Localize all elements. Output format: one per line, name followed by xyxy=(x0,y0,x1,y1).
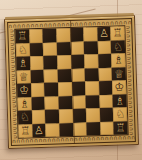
square-r1c3[interactable] xyxy=(43,28,57,42)
square-r6c1[interactable]: ♗ xyxy=(17,97,31,111)
square-r1c5[interactable] xyxy=(70,28,84,42)
square-r8c5[interactable] xyxy=(73,122,87,136)
square-r1c7[interactable]: ♙ xyxy=(97,27,111,41)
printed-rook-symbol: ♖ xyxy=(113,28,123,39)
square-r5c4[interactable] xyxy=(58,82,72,96)
square-r2c5[interactable] xyxy=(70,41,84,55)
square-r2c7[interactable] xyxy=(97,40,111,54)
printed-pawn-symbol: ♙ xyxy=(99,28,109,39)
square-r3c7[interactable] xyxy=(98,54,112,68)
square-r6c6[interactable] xyxy=(86,95,100,109)
square-r7c2[interactable] xyxy=(31,110,45,124)
square-r3c8[interactable]: ♗ xyxy=(112,53,126,67)
square-r6c4[interactable] xyxy=(58,95,72,109)
square-r2c4[interactable] xyxy=(57,42,71,56)
square-r3c5[interactable] xyxy=(71,55,85,69)
square-r4c7[interactable] xyxy=(98,67,112,81)
square-r2c2[interactable] xyxy=(29,42,43,56)
square-r5c8[interactable]: ♔ xyxy=(112,80,126,94)
square-r6c7[interactable] xyxy=(99,94,113,108)
square-r7c5[interactable] xyxy=(72,109,86,123)
square-r5c3[interactable] xyxy=(44,82,58,96)
square-r4c2[interactable] xyxy=(30,69,44,83)
square-r5c2[interactable] xyxy=(31,83,45,97)
square-r7c4[interactable] xyxy=(59,109,73,123)
square-r5c6[interactable] xyxy=(85,81,99,95)
square-r3c6[interactable] xyxy=(84,54,98,68)
square-r4c4[interactable] xyxy=(57,69,71,83)
square-r4c3[interactable] xyxy=(44,69,58,83)
printed-knight-symbol: ♘ xyxy=(20,112,30,123)
square-r3c1[interactable]: ♗ xyxy=(16,56,30,70)
printed-rook-symbol: ♖ xyxy=(17,31,27,42)
square-r1c1[interactable]: ♖ xyxy=(15,29,29,43)
printed-bishop-symbol: ♗ xyxy=(113,55,123,66)
square-r6c3[interactable] xyxy=(45,96,59,110)
square-r7c1[interactable]: ♘ xyxy=(18,110,32,124)
printed-rook-symbol: ♖ xyxy=(116,122,126,133)
square-r8c7[interactable] xyxy=(100,121,114,135)
printed-knight-symbol: ♘ xyxy=(18,44,28,55)
square-r7c8[interactable]: ♘ xyxy=(113,107,127,121)
square-r3c3[interactable] xyxy=(43,55,57,69)
square-r6c2[interactable] xyxy=(31,96,45,110)
square-r5c1[interactable]: ♔ xyxy=(17,83,31,97)
square-r3c2[interactable] xyxy=(30,56,44,70)
square-r1c6[interactable] xyxy=(83,27,97,41)
square-r8c6[interactable] xyxy=(86,122,100,136)
square-r7c7[interactable] xyxy=(100,108,114,122)
printed-knight-symbol: ♘ xyxy=(115,109,125,120)
printed-queen-symbol: ♕ xyxy=(19,71,29,82)
square-r4c6[interactable] xyxy=(85,68,99,82)
printed-rook-symbol: ♖ xyxy=(20,125,30,136)
printed-bishop-symbol: ♗ xyxy=(19,98,29,109)
printed-knight-symbol: ♘ xyxy=(113,41,123,52)
square-r8c3[interactable] xyxy=(46,123,60,137)
square-r8c2[interactable]: ♙ xyxy=(32,123,46,137)
square-r4c8[interactable]: ♕ xyxy=(112,67,126,81)
printed-pawn-symbol: ♙ xyxy=(34,125,44,136)
square-r2c8[interactable]: ♘ xyxy=(111,40,125,54)
printed-bishop-symbol: ♗ xyxy=(18,58,28,69)
printed-queen-symbol: ♕ xyxy=(114,68,124,79)
square-r3c4[interactable] xyxy=(57,55,71,69)
square-r5c7[interactable] xyxy=(99,81,113,95)
square-r8c4[interactable] xyxy=(59,122,73,136)
square-r2c6[interactable] xyxy=(84,41,98,55)
square-r7c3[interactable] xyxy=(45,109,59,123)
square-r8c8[interactable]: ♖ xyxy=(114,121,128,135)
square-r4c1[interactable]: ♕ xyxy=(17,70,31,84)
printed-king-symbol: ♔ xyxy=(19,85,29,96)
square-r2c3[interactable] xyxy=(43,42,57,56)
square-r1c8[interactable]: ♖ xyxy=(111,26,125,40)
square-r1c2[interactable] xyxy=(29,29,43,43)
square-r6c8[interactable]: ♗ xyxy=(113,94,127,108)
square-r6c5[interactable] xyxy=(72,95,86,109)
square-r5c5[interactable] xyxy=(72,82,86,96)
square-r1c4[interactable] xyxy=(56,28,70,42)
folding-chess-board: ∩∩∩∩∩∩∩∩∩∩∩∩∩∩∩∩∩∩∩∩∩∩∩∩∩∩∩∩∩∩∩∩∩∩∩∩∩∩∩∩… xyxy=(4,15,139,149)
square-r4c5[interactable] xyxy=(71,68,85,82)
square-r8c1[interactable]: ♖ xyxy=(18,124,32,138)
square-r2c1[interactable]: ♘ xyxy=(16,43,30,57)
printed-king-symbol: ♔ xyxy=(114,82,124,93)
printed-bishop-symbol: ♗ xyxy=(115,95,125,106)
photo-stage: ∩∩∩∩∩∩∩∩∩∩∩∩∩∩∩∩∩∩∩∩∩∩∩∩∩∩∩∩∩∩∩∩∩∩∩∩∩∩∩∩… xyxy=(0,0,142,160)
square-r7c6[interactable] xyxy=(86,108,100,122)
